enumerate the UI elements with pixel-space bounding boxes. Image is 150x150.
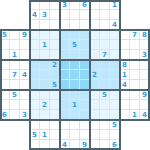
cell-r3c3[interactable] <box>30 30 40 40</box>
cell-r4c13[interactable] <box>130 40 140 50</box>
cell-r12c3[interactable] <box>30 120 40 130</box>
cell-r10c3[interactable] <box>30 100 40 110</box>
given-digit: 5 <box>102 90 107 100</box>
cell-r3c6[interactable] <box>60 30 70 40</box>
cell-r4c7[interactable]: 5 <box>70 40 80 50</box>
given-digit: 8 <box>142 30 147 40</box>
given-digit: 2 <box>42 100 47 110</box>
cell-r1c3[interactable]: 4 <box>30 10 40 20</box>
cell-r4c9[interactable] <box>90 40 100 50</box>
block-border-v <box>89 0 91 150</box>
given-digit: 7 <box>132 30 137 40</box>
cell-r3c7[interactable] <box>70 30 80 40</box>
cell-r3c1[interactable] <box>10 30 20 40</box>
cell-r4c1[interactable] <box>10 40 20 50</box>
given-digit: 5 <box>52 80 57 90</box>
cell-r12c4[interactable] <box>40 120 50 130</box>
given-digit: 7 <box>102 50 107 60</box>
given-digit: 3 <box>42 10 47 20</box>
block-border-h <box>30 0 120 2</box>
cell-r7c1[interactable]: 7 <box>10 70 20 80</box>
given-digit: 1 <box>72 100 77 110</box>
cell-r9c9[interactable] <box>90 90 100 100</box>
block-border-h <box>0 89 150 91</box>
block-border-v <box>119 0 121 150</box>
cell-r3c10[interactable] <box>100 30 110 40</box>
cell-r13c6[interactable] <box>60 130 70 140</box>
given-digit: 1 <box>42 40 47 50</box>
given-digit: 5 <box>72 40 77 50</box>
given-digit: 1 <box>122 70 127 80</box>
cell-r1c4[interactable]: 3 <box>40 10 50 20</box>
cell-r13c3[interactable]: 5 <box>30 130 40 140</box>
given-digit: 3 <box>22 110 27 120</box>
given-digit: 5 <box>32 130 37 140</box>
given-digit: 2 <box>92 70 97 80</box>
given-digit: 4 <box>142 110 147 120</box>
cell-r1c6[interactable] <box>60 10 70 20</box>
cell-r6c9[interactable] <box>90 60 100 70</box>
cell-r4c3[interactable] <box>30 40 40 50</box>
cell-r7c3[interactable] <box>30 70 40 80</box>
cell-r9c1[interactable]: 5 <box>10 90 20 100</box>
given-digit: 9 <box>142 90 147 100</box>
cell-r13c9[interactable] <box>90 130 100 140</box>
cell-r7c4[interactable] <box>40 70 50 80</box>
flower-sudoku-board: 36143459781517328742154559216314551496 <box>0 0 150 150</box>
cell-r3c12[interactable] <box>120 30 130 40</box>
cell-r7c6[interactable] <box>60 70 70 80</box>
cell-r9c6[interactable] <box>60 90 70 100</box>
given-digit: 5 <box>2 30 7 40</box>
cell-r6c12[interactable]: 8 <box>120 60 130 70</box>
cell-r1c9[interactable] <box>90 10 100 20</box>
given-digit: 1 <box>42 130 47 140</box>
cell-r10c1[interactable] <box>10 100 20 110</box>
given-digit: 5 <box>12 90 17 100</box>
cell-r10c10[interactable] <box>100 100 110 110</box>
given-digit: 4 <box>112 20 117 30</box>
given-digit: 9 <box>22 30 27 40</box>
cell-r9c13[interactable] <box>130 90 140 100</box>
cell-r12c7[interactable] <box>70 120 80 130</box>
cell-r6c1[interactable] <box>10 60 20 70</box>
block-border-h <box>30 148 120 150</box>
cell-r13c4[interactable]: 1 <box>40 130 50 140</box>
given-digit: 1 <box>132 110 137 120</box>
cell-r6c3[interactable] <box>30 60 40 70</box>
cell-r7c7[interactable] <box>70 70 80 80</box>
given-digit: 3 <box>142 50 147 60</box>
cell-r9c3[interactable] <box>30 90 40 100</box>
block-border-v <box>29 0 31 150</box>
block-border-v <box>59 0 61 150</box>
cell-r7c9[interactable]: 2 <box>90 70 100 80</box>
given-digit: 8 <box>122 60 127 70</box>
block-border-h <box>0 59 150 61</box>
cell-r7c13[interactable] <box>130 70 140 80</box>
cell-r6c4[interactable] <box>40 60 50 70</box>
cell-r7c10[interactable] <box>100 70 110 80</box>
cell-r4c12[interactable] <box>120 40 130 50</box>
cell-r12c10[interactable] <box>100 120 110 130</box>
cell-r3c9[interactable] <box>90 30 100 40</box>
cell-r6c6[interactable] <box>60 60 70 70</box>
given-digit: 5 <box>112 120 117 130</box>
cell-r6c13[interactable] <box>130 60 140 70</box>
cell-r10c12[interactable] <box>120 100 130 110</box>
cell-r4c6[interactable] <box>60 40 70 50</box>
cell-r6c10[interactable] <box>100 60 110 70</box>
given-digit: 1 <box>12 50 17 60</box>
block-border-h <box>0 29 150 31</box>
cell-r12c9[interactable] <box>90 120 100 130</box>
given-digit: 6 <box>2 110 7 120</box>
cell-r10c6[interactable] <box>60 100 70 110</box>
given-digit: 7 <box>12 70 17 80</box>
cell-r12c6[interactable] <box>60 120 70 130</box>
cell-r1c7[interactable] <box>70 10 80 20</box>
cell-r10c13[interactable] <box>130 100 140 110</box>
cell-r4c4[interactable]: 1 <box>40 40 50 50</box>
cell-r3c13[interactable]: 7 <box>130 30 140 40</box>
block-border-h <box>0 119 150 121</box>
given-digit: 4 <box>122 80 127 90</box>
cell-r10c9[interactable] <box>90 100 100 110</box>
cell-r13c7[interactable] <box>70 130 80 140</box>
cell-r10c4[interactable]: 2 <box>40 100 50 110</box>
given-digit: 4 <box>22 70 27 80</box>
cell-r9c12[interactable] <box>120 90 130 100</box>
cell-r9c7[interactable] <box>70 90 80 100</box>
cell-r1c10[interactable] <box>100 10 110 20</box>
block-border-v <box>0 30 2 120</box>
cell-r10c7[interactable]: 1 <box>70 100 80 110</box>
cell-r3c4[interactable] <box>40 30 50 40</box>
given-digit: 2 <box>52 60 57 70</box>
cell-r7c12[interactable]: 1 <box>120 70 130 80</box>
given-digit: 4 <box>32 10 37 20</box>
cell-r13c10[interactable] <box>100 130 110 140</box>
block-border-v <box>148 30 150 120</box>
cell-r9c4[interactable] <box>40 90 50 100</box>
cell-r6c7[interactable] <box>70 60 80 70</box>
cell-r4c10[interactable] <box>100 40 110 50</box>
cell-r9c10[interactable]: 5 <box>100 90 110 100</box>
